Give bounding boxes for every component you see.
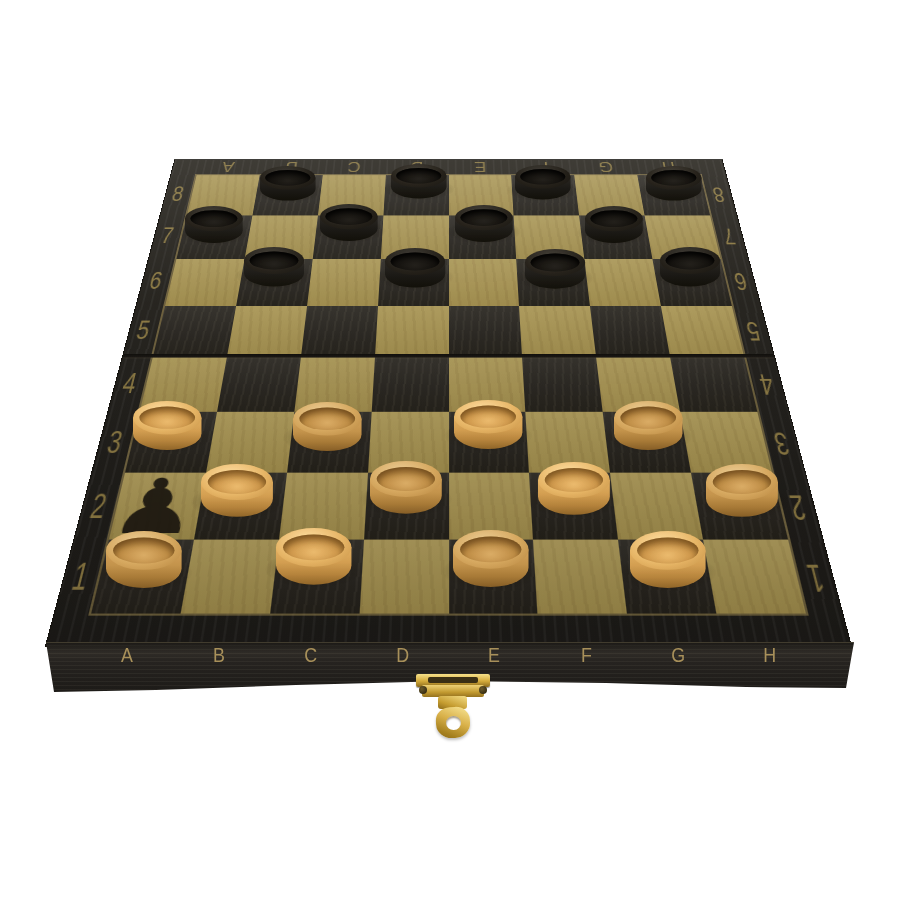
far-file-label-f: F (511, 160, 575, 174)
square-c4 (294, 357, 375, 413)
square-a8 (187, 175, 260, 215)
front-file-label-f: F (571, 643, 601, 667)
square-e1 (449, 540, 538, 614)
far-file-label-c: C (322, 160, 386, 174)
front-file-label-e: E (479, 643, 509, 667)
playing-area (88, 174, 809, 615)
square-b3 (206, 412, 294, 473)
square-d6 (378, 259, 449, 306)
front-file-label-b: B (204, 643, 234, 667)
square-f8 (511, 175, 579, 215)
pawn-emblem-glyph: ♟ (105, 473, 204, 541)
square-e6 (449, 259, 520, 306)
square-g5 (590, 306, 670, 357)
square-e5 (449, 306, 523, 357)
clasp-screw-left (419, 686, 427, 694)
clasp-screw-right (479, 686, 487, 694)
far-file-label-a: A (195, 160, 261, 174)
square-b5 (227, 306, 307, 357)
square-a6 (165, 259, 244, 306)
square-a5 (153, 306, 236, 357)
square-f4 (522, 357, 603, 413)
front-file-label-h: H (755, 643, 785, 667)
square-g8 (574, 175, 644, 215)
square-h7 (645, 215, 721, 258)
board-top-surface: ABCDEFGH8877665544332211 ♟ (46, 160, 850, 646)
square-f2 (529, 473, 618, 540)
square-a4 (140, 357, 227, 413)
square-b4 (217, 357, 301, 413)
front-file-label-a: A (112, 643, 142, 667)
square-h8 (637, 175, 710, 215)
square-b6 (236, 259, 312, 306)
square-c2 (279, 473, 368, 540)
square-c5 (301, 306, 378, 357)
square-g7 (579, 215, 652, 258)
square-h2 (691, 473, 788, 540)
pawn-emblem: ♟ (106, 473, 204, 541)
square-f5 (519, 306, 596, 357)
checkers-board-photo: ABCDEFGH8877665544332211 ♟ ABCDEFGH (0, 0, 900, 900)
square-g2 (610, 473, 703, 540)
square-e4 (449, 357, 526, 413)
square-d5 (375, 306, 449, 357)
square-b1 (180, 540, 278, 614)
far-file-label-g: G (573, 160, 638, 174)
square-h6 (652, 259, 731, 306)
square-e2 (449, 473, 534, 540)
square-c1 (270, 540, 364, 614)
square-d7 (381, 215, 449, 258)
square-d4 (371, 357, 448, 413)
far-file-label-d: D (385, 160, 448, 174)
square-g3 (603, 412, 691, 473)
far-file-label-e: E (449, 160, 512, 174)
square-b8 (252, 175, 322, 215)
square-h3 (680, 412, 772, 473)
front-file-label-c: C (296, 643, 326, 667)
square-g4 (596, 357, 680, 413)
square-d8 (383, 175, 448, 215)
square-g1 (618, 540, 716, 614)
clasp-loop (435, 706, 471, 739)
front-file-label-d: D (388, 643, 418, 667)
square-b2 (194, 473, 287, 540)
square-h5 (661, 306, 744, 357)
square-c8 (318, 175, 386, 215)
square-c3 (287, 412, 372, 473)
square-a7 (177, 215, 253, 258)
front-file-label-g: G (663, 643, 693, 667)
square-e3 (449, 412, 530, 473)
square-e8 (449, 175, 514, 215)
square-c6 (307, 259, 381, 306)
square-d1 (359, 540, 448, 614)
square-d2 (364, 473, 449, 540)
square-e7 (449, 215, 517, 258)
square-f7 (514, 215, 585, 258)
far-file-label-h: H (636, 160, 702, 174)
square-c7 (313, 215, 384, 258)
fold-seam (123, 354, 775, 358)
square-b7 (245, 215, 318, 258)
square-f1 (533, 540, 627, 614)
square-d3 (368, 412, 449, 473)
square-h4 (670, 357, 757, 413)
square-f3 (526, 412, 611, 473)
square-f6 (516, 259, 590, 306)
square-h1 (703, 540, 806, 614)
brass-clasp (414, 673, 494, 741)
far-file-label-b: B (259, 160, 324, 174)
square-g6 (584, 259, 660, 306)
